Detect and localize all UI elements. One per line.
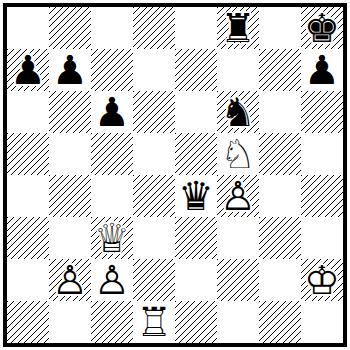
- square-f2[interactable]: [217, 259, 259, 301]
- square-g2[interactable]: [259, 259, 301, 301]
- square-c1[interactable]: [91, 301, 133, 343]
- square-h1[interactable]: [301, 301, 343, 343]
- square-e5[interactable]: [175, 133, 217, 175]
- square-g4[interactable]: [259, 175, 301, 217]
- square-d8[interactable]: [133, 7, 175, 49]
- piece-black-king[interactable]: ♚: [301, 7, 343, 49]
- piece-white-rook-fill: ♜: [133, 301, 175, 343]
- square-e2[interactable]: [175, 259, 217, 301]
- square-e7[interactable]: [175, 49, 217, 91]
- square-h7[interactable]: ♟: [301, 49, 343, 91]
- square-c4[interactable]: [91, 175, 133, 217]
- piece-white-king[interactable]: ♔: [301, 259, 343, 301]
- square-f1[interactable]: [217, 301, 259, 343]
- piece-white-pawn-fill: ♟: [49, 259, 91, 301]
- square-g7[interactable]: [259, 49, 301, 91]
- square-c5[interactable]: [91, 133, 133, 175]
- piece-white-rook[interactable]: ♖: [133, 301, 175, 343]
- square-b7[interactable]: ♟: [49, 49, 91, 91]
- square-e4[interactable]: ♛: [175, 175, 217, 217]
- piece-black-pawn[interactable]: ♟: [49, 49, 91, 91]
- square-d3[interactable]: [133, 217, 175, 259]
- square-a3[interactable]: [7, 217, 49, 259]
- square-e1[interactable]: [175, 301, 217, 343]
- square-a7[interactable]: ♟: [7, 49, 49, 91]
- square-f4[interactable]: ♟♙: [217, 175, 259, 217]
- square-f8[interactable]: ♜: [217, 7, 259, 49]
- square-h5[interactable]: [301, 133, 343, 175]
- piece-black-pawn[interactable]: ♟: [91, 91, 133, 133]
- square-f5[interactable]: ♞♘: [217, 133, 259, 175]
- piece-black-queen[interactable]: ♛: [175, 175, 217, 217]
- square-g3[interactable]: [259, 217, 301, 259]
- square-h8[interactable]: ♚: [301, 7, 343, 49]
- square-b8[interactable]: [49, 7, 91, 49]
- square-h4[interactable]: [301, 175, 343, 217]
- square-g6[interactable]: [259, 91, 301, 133]
- piece-white-knight[interactable]: ♘: [217, 133, 259, 175]
- square-g5[interactable]: [259, 133, 301, 175]
- square-c8[interactable]: [91, 7, 133, 49]
- square-a1[interactable]: [7, 301, 49, 343]
- square-b3[interactable]: [49, 217, 91, 259]
- square-a5[interactable]: [7, 133, 49, 175]
- square-c7[interactable]: [91, 49, 133, 91]
- piece-white-pawn-fill: ♟: [217, 175, 259, 217]
- square-a8[interactable]: [7, 7, 49, 49]
- square-b2[interactable]: ♟♙: [49, 259, 91, 301]
- square-b5[interactable]: [49, 133, 91, 175]
- piece-white-queen-fill: ♛: [91, 217, 133, 259]
- square-c3[interactable]: ♛♕: [91, 217, 133, 259]
- square-b6[interactable]: [49, 91, 91, 133]
- piece-black-pawn[interactable]: ♟: [7, 49, 49, 91]
- square-c6[interactable]: ♟: [91, 91, 133, 133]
- square-d6[interactable]: [133, 91, 175, 133]
- square-e6[interactable]: [175, 91, 217, 133]
- square-f6[interactable]: ♞: [217, 91, 259, 133]
- chess-board-frame: ♜♚♟♟♟♟♞♞♘♛♟♙♛♕♟♙♟♙♚♔♜♖: [3, 3, 347, 347]
- piece-white-pawn[interactable]: ♙: [91, 259, 133, 301]
- square-a4[interactable]: [7, 175, 49, 217]
- square-a6[interactable]: [7, 91, 49, 133]
- square-h2[interactable]: ♚♔: [301, 259, 343, 301]
- square-f7[interactable]: [217, 49, 259, 91]
- square-d2[interactable]: [133, 259, 175, 301]
- piece-white-pawn[interactable]: ♙: [217, 175, 259, 217]
- square-d1[interactable]: ♜♖: [133, 301, 175, 343]
- square-a2[interactable]: [7, 259, 49, 301]
- square-d5[interactable]: [133, 133, 175, 175]
- square-e8[interactable]: [175, 7, 217, 49]
- chess-board: ♜♚♟♟♟♟♞♞♘♛♟♙♛♕♟♙♟♙♚♔♜♖: [7, 7, 343, 343]
- square-g1[interactable]: [259, 301, 301, 343]
- piece-black-rook[interactable]: ♜: [217, 7, 259, 49]
- piece-white-knight-fill: ♞: [217, 133, 259, 175]
- square-e3[interactable]: [175, 217, 217, 259]
- square-d7[interactable]: [133, 49, 175, 91]
- piece-white-pawn-fill: ♟: [91, 259, 133, 301]
- square-b4[interactable]: [49, 175, 91, 217]
- square-d4[interactable]: [133, 175, 175, 217]
- square-f3[interactable]: [217, 217, 259, 259]
- piece-white-queen[interactable]: ♕: [91, 217, 133, 259]
- piece-black-knight[interactable]: ♞: [217, 91, 259, 133]
- square-h6[interactable]: [301, 91, 343, 133]
- square-b1[interactable]: [49, 301, 91, 343]
- square-c2[interactable]: ♟♙: [91, 259, 133, 301]
- square-g8[interactable]: [259, 7, 301, 49]
- piece-white-king-fill: ♚: [301, 259, 343, 301]
- piece-white-pawn[interactable]: ♙: [49, 259, 91, 301]
- piece-black-pawn[interactable]: ♟: [301, 49, 343, 91]
- square-h3[interactable]: [301, 217, 343, 259]
